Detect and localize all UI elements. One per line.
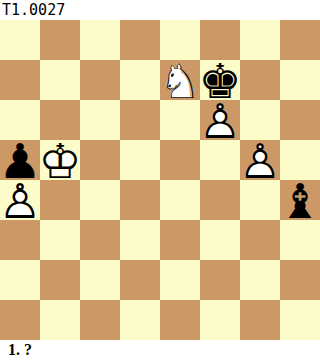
white-pawn-outline-glyph: ♙ xyxy=(238,137,281,185)
square-a3[interactable] xyxy=(0,220,40,260)
white-pawn-outline-glyph: ♙ xyxy=(198,97,241,145)
square-b4[interactable] xyxy=(40,180,80,220)
diagram-footer: 1. ? xyxy=(0,340,320,360)
square-g7[interactable] xyxy=(240,60,280,100)
chess-board[interactable]: ♞♘♚♟♙♟♚♔♟♙♟♙♝ xyxy=(0,20,320,340)
square-g4[interactable] xyxy=(240,180,280,220)
square-f2[interactable] xyxy=(200,260,240,300)
square-e1[interactable] xyxy=(160,300,200,340)
white-pawn-outline-glyph: ♙ xyxy=(0,177,42,225)
square-h2[interactable] xyxy=(280,260,320,300)
square-b3[interactable] xyxy=(40,220,80,260)
square-a2[interactable] xyxy=(0,260,40,300)
square-c8[interactable] xyxy=(80,20,120,60)
square-b5[interactable]: ♚♔ xyxy=(40,140,80,180)
square-e7[interactable]: ♞♘ xyxy=(160,60,200,100)
square-c2[interactable] xyxy=(80,260,120,300)
white-king[interactable]: ♚♔ xyxy=(38,137,81,185)
square-d1[interactable] xyxy=(120,300,160,340)
square-e3[interactable] xyxy=(160,220,200,260)
square-e4[interactable] xyxy=(160,180,200,220)
black-bishop[interactable]: ♝ xyxy=(278,177,320,225)
square-d7[interactable] xyxy=(120,60,160,100)
square-d4[interactable] xyxy=(120,180,160,220)
square-f1[interactable] xyxy=(200,300,240,340)
square-e2[interactable] xyxy=(160,260,200,300)
square-c6[interactable] xyxy=(80,100,120,140)
white-king-outline-glyph: ♔ xyxy=(38,137,81,185)
square-g5[interactable]: ♟♙ xyxy=(240,140,280,180)
puzzle-id: T1.0027 xyxy=(0,1,65,19)
square-a4[interactable]: ♟♙ xyxy=(0,180,40,220)
square-f6[interactable]: ♟♙ xyxy=(200,100,240,140)
square-h3[interactable] xyxy=(280,220,320,260)
square-c3[interactable] xyxy=(80,220,120,260)
square-d3[interactable] xyxy=(120,220,160,260)
square-c7[interactable] xyxy=(80,60,120,100)
square-b2[interactable] xyxy=(40,260,80,300)
square-d5[interactable] xyxy=(120,140,160,180)
square-b8[interactable] xyxy=(40,20,80,60)
square-d8[interactable] xyxy=(120,20,160,60)
white-pawn[interactable]: ♟♙ xyxy=(0,177,42,225)
square-d6[interactable] xyxy=(120,100,160,140)
square-f4[interactable] xyxy=(200,180,240,220)
square-c1[interactable] xyxy=(80,300,120,340)
square-h7[interactable] xyxy=(280,60,320,100)
square-a1[interactable] xyxy=(0,300,40,340)
square-h8[interactable] xyxy=(280,20,320,60)
white-pawn[interactable]: ♟♙ xyxy=(238,137,281,185)
square-c4[interactable] xyxy=(80,180,120,220)
square-g3[interactable] xyxy=(240,220,280,260)
square-a8[interactable] xyxy=(0,20,40,60)
move-prompt: 1. ? xyxy=(0,341,32,359)
square-b7[interactable] xyxy=(40,60,80,100)
diagram-header: T1.0027 xyxy=(0,0,320,20)
square-h1[interactable] xyxy=(280,300,320,340)
square-h6[interactable] xyxy=(280,100,320,140)
square-h4[interactable]: ♝ xyxy=(280,180,320,220)
square-g2[interactable] xyxy=(240,260,280,300)
white-pawn[interactable]: ♟♙ xyxy=(198,97,241,145)
square-e5[interactable] xyxy=(160,140,200,180)
square-e6[interactable] xyxy=(160,100,200,140)
square-c5[interactable] xyxy=(80,140,120,180)
black-bishop-glyph: ♝ xyxy=(278,177,320,225)
square-g1[interactable] xyxy=(240,300,280,340)
square-b1[interactable] xyxy=(40,300,80,340)
square-a7[interactable] xyxy=(0,60,40,100)
white-knight[interactable]: ♞♘ xyxy=(158,57,201,105)
square-d2[interactable] xyxy=(120,260,160,300)
white-knight-outline-glyph: ♘ xyxy=(158,57,201,105)
square-g8[interactable] xyxy=(240,20,280,60)
square-f5[interactable] xyxy=(200,140,240,180)
square-f3[interactable] xyxy=(200,220,240,260)
